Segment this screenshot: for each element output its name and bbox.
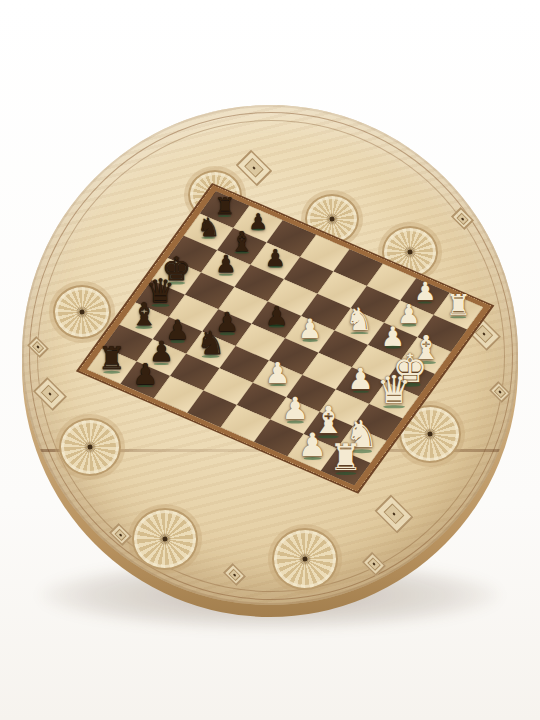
rosette-ornament-5 [272, 528, 339, 590]
rosette-ornament-8 [53, 285, 111, 339]
rosette-ornament-7 [59, 418, 122, 476]
product-photo: ♜♞♛♚♝♜♟♝♟♟♟♟♟♞♟♟♟♞♟♟♟♟♟♟♝♟♜♝♛♚♞♜ [0, 0, 540, 720]
rosette-ornament-6 [132, 508, 198, 569]
